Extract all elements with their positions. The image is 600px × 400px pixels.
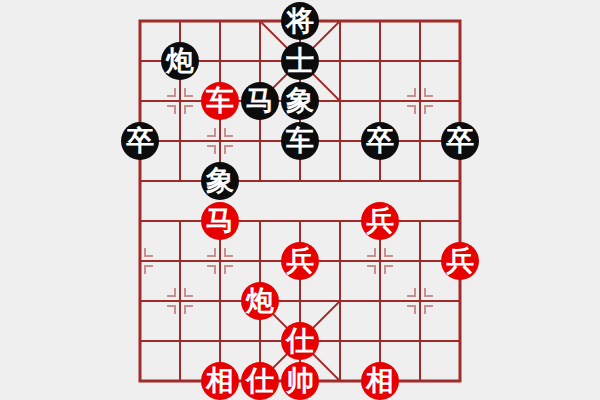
piece-red-horse[interactable]: 马 <box>201 202 239 240</box>
piece-red-soldier[interactable]: 兵 <box>281 242 319 280</box>
piece-red-general[interactable]: 帅 <box>281 362 319 400</box>
piece-black-advisor[interactable]: 士 <box>281 42 319 80</box>
piece-black-soldier[interactable]: 卒 <box>121 122 159 160</box>
piece-black-horse[interactable]: 马 <box>241 82 279 120</box>
piece-black-soldier[interactable]: 卒 <box>441 122 479 160</box>
piece-red-elephant[interactable]: 相 <box>361 362 399 400</box>
piece-red-advisor[interactable]: 仕 <box>281 322 319 360</box>
piece-black-general[interactable]: 将 <box>281 2 319 40</box>
piece-black-soldier[interactable]: 卒 <box>361 122 399 160</box>
piece-black-elephant[interactable]: 象 <box>201 162 239 200</box>
piece-red-chariot[interactable]: 车 <box>201 82 239 120</box>
piece-red-advisor[interactable]: 仕 <box>241 362 279 400</box>
piece-red-cannon[interactable]: 炮 <box>241 282 279 320</box>
xiangqi-board-screen: 将炮士车马象卒车卒卒象马兵兵兵炮仕相仕帅相 <box>0 0 600 400</box>
piece-black-cannon[interactable]: 炮 <box>161 42 199 80</box>
piece-black-chariot[interactable]: 车 <box>281 122 319 160</box>
pieces-layer: 将炮士车马象卒车卒卒象马兵兵兵炮仕相仕帅相 <box>120 1 480 400</box>
piece-red-elephant[interactable]: 相 <box>201 362 239 400</box>
piece-red-soldier[interactable]: 兵 <box>361 202 399 240</box>
piece-black-elephant[interactable]: 象 <box>281 82 319 120</box>
piece-red-soldier[interactable]: 兵 <box>441 242 479 280</box>
